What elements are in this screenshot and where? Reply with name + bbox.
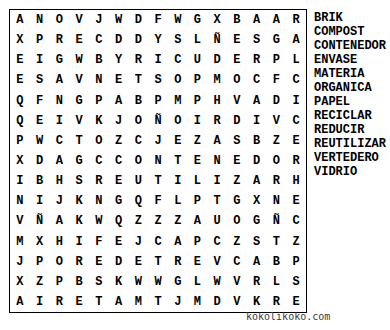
grid-cell[interactable]: E [227,30,247,50]
grid-cell[interactable]: V [227,292,247,312]
grid-cell[interactable]: C [148,231,168,251]
grid-cell[interactable]: P [286,252,306,272]
grid-cell[interactable]: V [227,272,247,292]
grid-cell[interactable]: G [227,191,247,211]
grid-cell[interactable]: B [227,10,247,30]
grid-cell[interactable]: G [188,10,208,30]
grid-cell[interactable]: D [207,50,227,70]
grid-cell[interactable]: Z [227,171,247,191]
grid-cell[interactable]: Z [227,231,247,251]
grid-cell[interactable]: Y [109,50,129,70]
grid-cell[interactable]: R [267,292,287,312]
grid-cell[interactable]: O [267,151,287,171]
grid-cell[interactable]: W [168,10,188,30]
grid-cell[interactable]: Q [109,211,129,231]
grid-cell[interactable]: I [188,111,208,131]
grid-cell[interactable]: O [49,10,69,30]
grid-cell[interactable]: M [188,292,208,312]
grid-cell[interactable]: H [207,91,227,111]
grid-cell[interactable]: F [267,70,287,90]
grid-cell[interactable]: P [89,91,109,111]
grid-cell[interactable]: R [89,171,109,191]
grid-cell[interactable]: Z [267,131,287,151]
grid-cell[interactable]: S [89,272,109,292]
grid-cell[interactable]: I [30,292,50,312]
grid-cell[interactable]: D [128,30,148,50]
grid-cell[interactable]: R [286,151,306,171]
grid-cell[interactable]: C [109,151,129,171]
grid-cell[interactable]: X [30,231,50,251]
grid-cell[interactable]: B [89,50,109,70]
grid-cell[interactable]: L [188,171,208,191]
grid-cell[interactable]: E [69,30,89,50]
word-list-item: REDUCIR [314,123,386,137]
grid-cell[interactable]: N [30,10,50,30]
grid-cell[interactable]: O [227,70,247,90]
grid-cell[interactable]: J [109,111,129,131]
grid-cell[interactable]: T [128,70,148,90]
grid-cell[interactable]: X [10,30,30,50]
grid-cell[interactable]: K [69,211,89,231]
word-list-item: BRIK [314,11,386,25]
grid-cell[interactable]: M [168,91,188,111]
grid-cell[interactable]: Z [30,272,50,292]
grid-cell[interactable]: P [148,91,168,111]
grid-cell[interactable]: S [168,30,188,50]
grid-cell[interactable]: C [128,131,148,151]
grid-cell[interactable]: Z [128,211,148,231]
grid-cell[interactable]: Y [148,30,168,50]
grid-cell[interactable]: A [247,10,267,30]
grid-cell[interactable]: A [247,252,267,272]
grid-cell[interactable]: W [69,50,89,70]
grid-cell[interactable]: O [49,252,69,272]
grid-cell[interactable]: S [247,30,267,50]
grid-cell[interactable]: W [128,272,148,292]
grid-cell[interactable]: T [148,252,168,272]
grid-cell[interactable]: B [267,252,287,272]
grid-cell[interactable]: E [109,70,129,90]
grid-cell[interactable]: U [128,171,148,191]
grid-cell[interactable]: G [267,30,287,50]
grid-cell[interactable]: M [128,292,148,312]
grid-cell[interactable]: U [188,50,208,70]
grid-cell[interactable]: D [128,10,148,30]
grid-cell[interactable]: J [168,292,188,312]
grid-cell[interactable]: T [148,171,168,191]
grid-cell[interactable]: P [10,131,30,151]
grid-cell[interactable]: N [148,151,168,171]
grid-cell[interactable]: D [207,292,227,312]
grid-cell[interactable]: M [207,70,227,90]
grid-cell[interactable]: A [207,131,227,151]
grid-cell[interactable]: C [227,252,247,272]
grid-cell[interactable]: P [188,231,208,251]
grid-cell[interactable]: E [128,252,148,272]
grid-cell[interactable]: N [89,191,109,211]
grid-cell[interactable]: I [49,111,69,131]
grid-cell[interactable]: E [168,131,188,151]
grid-cell[interactable]: E [286,191,306,211]
grid-cell[interactable]: E [109,171,129,191]
grid-cell[interactable]: E [188,151,208,171]
grid-cell[interactable]: O [227,211,247,231]
grid-cell[interactable]: I [30,50,50,70]
grid-cell[interactable]: G [69,91,89,111]
grid-cell[interactable]: S [227,131,247,151]
grid-cell[interactable]: I [286,91,306,111]
grid-cell[interactable]: T [267,231,287,251]
grid-cell[interactable]: S [148,70,168,90]
grid-cell[interactable]: A [49,151,69,171]
grid-cell[interactable]: C [168,50,188,70]
grid-cell[interactable]: W [109,10,129,30]
grid-cell[interactable]: E [286,131,306,151]
word-list-item: RECICLAR [314,109,386,123]
grid-cell[interactable]: C [286,211,306,231]
grid-cell[interactable]: T [89,292,109,312]
grid-cell[interactable]: G [168,272,188,292]
grid-cell[interactable]: E [10,50,30,70]
grid-cell[interactable]: K [247,292,267,312]
grid-cell[interactable]: B [128,91,148,111]
grid-cell[interactable]: E [69,292,89,312]
grid-cell[interactable]: C [49,131,69,151]
grid-cell[interactable]: F [30,91,50,111]
grid-cell[interactable]: U [207,211,227,231]
grid-cell[interactable]: I [207,171,227,191]
grid-cell[interactable]: Ñ [267,211,287,231]
word-list-item: COMPOST [314,25,386,39]
grid-cell[interactable]: C [207,231,227,251]
grid-cell[interactable]: J [49,191,69,211]
grid-cell[interactable]: O [89,131,109,151]
grid-cell[interactable]: V [227,91,247,111]
grid-cell[interactable]: A [188,211,208,231]
grid-cell[interactable]: D [227,111,247,131]
grid-cell[interactable]: Z [168,211,188,231]
watermark: kokolikoko.com [246,311,330,322]
word-list-item: VERTEDERO [314,151,386,165]
word-list-item: MATERIA [314,67,386,81]
grid-cell[interactable]: A [109,292,129,312]
grid-cell[interactable]: E [30,111,50,131]
grid-cell[interactable]: J [10,252,30,272]
grid-cell[interactable]: C [286,70,306,90]
grid-cell[interactable]: P [188,191,208,211]
grid-cell[interactable]: J [128,231,148,251]
grid-cell[interactable]: B [247,131,267,151]
grid-cell[interactable]: R [247,272,267,292]
grid-cell[interactable]: V [10,211,30,231]
grid-cell[interactable]: D [267,91,287,111]
grid-cell[interactable]: R [286,10,306,30]
grid-cell[interactable]: L [188,30,208,50]
word-list-item: PAPEL [314,95,386,109]
grid-cell[interactable]: O [128,151,148,171]
grid-cell[interactable]: V [207,252,227,272]
grid-cell[interactable]: D [109,252,129,272]
grid-cell[interactable]: R [168,252,188,272]
grid-cell[interactable]: X [207,10,227,30]
grid-cell[interactable]: W [89,211,109,231]
grid-cell[interactable]: A [286,30,306,50]
grid-cell[interactable]: E [89,252,109,272]
grid-cell[interactable]: A [247,171,267,191]
grid-cell[interactable]: A [267,10,287,30]
grid-cell[interactable]: T [148,292,168,312]
grid-cell[interactable]: O [168,70,188,90]
grid-cell[interactable]: H [49,231,69,251]
grid-cell[interactable]: E [227,50,247,70]
grid-cell[interactable]: V [69,111,89,131]
grid-cell[interactable]: D [247,151,267,171]
grid-cell[interactable]: D [109,30,129,50]
grid-cell[interactable]: T [69,131,89,151]
grid-cell[interactable]: V [69,70,89,90]
grid-cell[interactable]: A [49,211,69,231]
grid-cell[interactable]: K [109,272,129,292]
grid-cell[interactable]: X [10,151,30,171]
grid-cell[interactable]: K [89,111,109,131]
word-list-item: VIDRIO [314,165,386,179]
grid-cell[interactable]: A [109,91,129,111]
grid-cell[interactable]: S [286,272,306,292]
grid-cell[interactable]: Ñ [148,111,168,131]
grid-cell[interactable]: W [30,131,50,151]
grid-cell[interactable]: Z [109,131,129,151]
grid-cell[interactable]: E [109,231,129,251]
grid-cell[interactable]: N [89,70,109,90]
grid-cell[interactable]: V [69,10,89,30]
grid-cell[interactable]: F [89,231,109,251]
grid-cell[interactable]: G [247,211,267,231]
grid-cell[interactable]: K [69,191,89,211]
grid-cell[interactable]: B [30,171,50,191]
grid-cell[interactable]: P [49,272,69,292]
grid-cell[interactable]: B [69,272,89,292]
grid-cell[interactable]: G [49,50,69,70]
grid-cell[interactable]: A [10,292,30,312]
grid-cell[interactable]: A [168,231,188,251]
grid-cell[interactable]: J [89,10,109,30]
grid-cell[interactable]: N [10,191,30,211]
letter-grid: ANOVJWDFWGXBAARXPRECDDYSLÑESGAEIGWBYRICU… [9,9,307,313]
grid-cell[interactable]: A [247,91,267,111]
grid-cell[interactable]: R [207,111,227,131]
grid-cell[interactable]: N [267,191,287,211]
grid-cell[interactable]: G [69,151,89,171]
grid-cell[interactable]: N [207,151,227,171]
grid-cell[interactable]: I [10,171,30,191]
grid-cell[interactable]: D [30,151,50,171]
grid-cell[interactable]: W [207,272,227,292]
grid-cell[interactable]: A [10,10,30,30]
grid-cell[interactable]: L [286,50,306,70]
grid-cell[interactable]: S [247,231,267,251]
grid-cell[interactable]: M [10,231,30,251]
word-list: BRIKCOMPOSTCONTENEDORENVASEMATERIAORGANI… [314,11,386,179]
grid-cell[interactable]: E [10,70,30,90]
grid-cell[interactable]: R [49,292,69,312]
grid-cell[interactable]: X [247,191,267,211]
grid-cell[interactable]: E [286,292,306,312]
grid-cell[interactable]: V [267,111,287,131]
grid-cell[interactable]: C [247,70,267,90]
grid-cell[interactable]: T [207,191,227,211]
grid-cell[interactable]: Q [128,191,148,211]
grid-cell[interactable]: H [49,171,69,191]
grid-cell[interactable]: R [49,30,69,50]
grid-cell[interactable]: R [247,50,267,70]
grid-cell[interactable]: Z [148,211,168,231]
grid-cell[interactable]: P [267,50,287,70]
grid-cell[interactable]: P [188,91,208,111]
grid-cell[interactable]: C [286,111,306,131]
word-list-item: ORGANICA [314,81,386,95]
grid-cell[interactable]: Z [286,231,306,251]
grid-cell[interactable]: I [69,231,89,251]
grid-cell[interactable]: E [227,151,247,171]
grid-cell[interactable]: P [188,70,208,90]
grid-cell[interactable]: R [128,50,148,70]
word-list-item: ENVASE [314,53,386,67]
grid-cell[interactable]: Q [10,91,30,111]
grid-cell[interactable]: X [10,272,30,292]
grid-cell[interactable]: A [49,70,69,90]
grid-cell[interactable]: H [286,171,306,191]
grid-cell[interactable]: I [247,111,267,131]
grid-cell[interactable]: J [148,131,168,151]
grid-cell[interactable]: O [168,111,188,131]
grid-cell[interactable]: R [69,252,89,272]
word-list-item: REUTILIZAR [314,137,386,151]
grid-cell[interactable]: I [168,171,188,191]
grid-cell[interactable]: W [148,272,168,292]
grid-cell[interactable]: Q [10,111,30,131]
grid-cell[interactable]: P [30,252,50,272]
grid-cell[interactable]: L [267,272,287,292]
grid-cell[interactable]: C [89,151,109,171]
grid-cell[interactable]: Ñ [30,211,50,231]
grid-cell[interactable]: N [49,91,69,111]
grid-cell[interactable]: F [148,10,168,30]
grid-cell[interactable]: Z [188,131,208,151]
grid-cell[interactable]: L [188,272,208,292]
grid-cell[interactable]: C [89,30,109,50]
grid-cell[interactable]: F [148,191,168,211]
grid-cell[interactable]: T [168,151,188,171]
grid-cell[interactable]: Ñ [207,30,227,50]
grid-cell[interactable]: S [30,70,50,90]
grid-cell[interactable]: P [30,30,50,50]
grid-cell[interactable]: R [267,171,287,191]
grid-cell[interactable]: O [128,111,148,131]
word-list-item: CONTENEDOR [314,39,386,53]
grid-cell[interactable]: I [148,50,168,70]
grid-cell[interactable]: L [168,191,188,211]
grid-cell[interactable]: G [109,191,129,211]
word-search-page: ANOVJWDFWGXBAARXPRECDDYSLÑESGAEIGWBYRICU… [0,0,390,330]
grid-cell[interactable]: S [69,171,89,191]
grid-cell[interactable]: E [188,252,208,272]
grid-cell[interactable]: I [30,191,50,211]
